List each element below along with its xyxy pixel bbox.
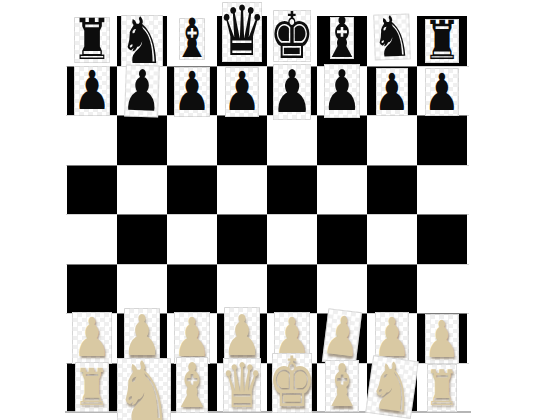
piece-black-pawn-e7[interactable]: ♟ — [273, 64, 311, 120]
piece-black-bishop-c8[interactable]: ♝ — [179, 18, 205, 60]
square-b4[interactable] — [117, 214, 167, 264]
piece-black-knight-g8[interactable]: ♞ — [373, 13, 411, 60]
piece-white-bishop-f1[interactable]: ♝ — [325, 360, 359, 412]
black-pawn-icon: ♟ — [223, 65, 261, 119]
piece-white-rook-h1[interactable]: ♜ — [427, 364, 457, 412]
piece-black-pawn-b7[interactable]: ♟ — [124, 65, 160, 118]
white-king-icon: ♚ — [268, 349, 316, 418]
piece-black-king-e8[interactable]: ♚ — [273, 10, 311, 62]
square-c5[interactable] — [167, 165, 217, 215]
black-bishop-icon: ♝ — [173, 12, 211, 66]
piece-black-pawn-a7[interactable]: ♟ — [74, 66, 110, 116]
screenshot-canvas: ♜♞♝♛♚♝♞♜♟♟♟♟♟♟♟♟♟♟♟♟♟♟♟♟♜♞♝♛♚♝♞♜ — [0, 0, 560, 420]
white-knight-icon: ♞ — [364, 351, 419, 420]
piece-white-bishop-c1[interactable]: ♝ — [176, 357, 208, 413]
black-rook-icon: ♜ — [423, 14, 461, 68]
piece-black-rook-h8[interactable]: ♜ — [425, 19, 459, 63]
square-e5[interactable] — [267, 165, 317, 215]
piece-black-rook-a8[interactable]: ♜ — [74, 17, 110, 63]
square-h3[interactable] — [417, 264, 467, 314]
black-pawn-icon: ♟ — [121, 62, 162, 120]
square-f4[interactable] — [317, 214, 367, 264]
piece-black-pawn-g7[interactable]: ♟ — [376, 68, 408, 116]
piece-black-bishop-f8[interactable]: ♝ — [330, 17, 354, 59]
black-pawn-icon: ♟ — [173, 65, 211, 119]
square-g4[interactable] — [367, 214, 417, 264]
square-b5[interactable] — [117, 165, 167, 215]
piece-black-queen-d8[interactable]: ♛ — [222, 2, 262, 62]
square-d5[interactable] — [217, 165, 267, 215]
square-h5[interactable] — [417, 165, 467, 215]
white-pawn-icon: ♟ — [424, 313, 460, 364]
piece-white-pawn-h2[interactable]: ♟ — [425, 314, 459, 364]
piece-white-knight-g1[interactable]: ♞ — [365, 355, 419, 419]
piece-white-queen-d1[interactable]: ♛ — [223, 358, 261, 412]
black-pawn-icon: ♟ — [424, 67, 460, 118]
piece-white-rook-a1[interactable]: ♜ — [75, 362, 109, 412]
square-h4[interactable] — [417, 214, 467, 264]
square-a4[interactable] — [67, 214, 117, 264]
chess-board: ♜♞♝♛♚♝♞♜♟♟♟♟♟♟♟♟♟♟♟♟♟♟♟♟♜♞♝♛♚♝♞♜ — [67, 16, 467, 412]
piece-black-pawn-h7[interactable]: ♟ — [425, 68, 459, 116]
white-queen-icon: ♛ — [220, 355, 263, 416]
square-h6[interactable] — [417, 115, 467, 165]
white-rook-icon: ♜ — [425, 364, 459, 413]
black-queen-icon: ♛ — [218, 0, 266, 66]
white-knight-icon: ♞ — [115, 351, 172, 420]
black-pawn-icon: ♟ — [322, 63, 361, 119]
piece-white-king-e1[interactable]: ♚ — [272, 353, 312, 413]
black-pawn-icon: ♟ — [73, 64, 111, 118]
square-a6[interactable] — [67, 115, 117, 165]
square-a5[interactable] — [67, 165, 117, 215]
piece-black-pawn-f7[interactable]: ♟ — [324, 64, 360, 118]
piece-black-pawn-d7[interactable]: ♟ — [225, 67, 259, 117]
white-bishop-icon: ♝ — [170, 355, 213, 416]
piece-white-pawn-a2[interactable]: ♟ — [72, 312, 112, 364]
white-bishop-icon: ♝ — [321, 357, 362, 416]
square-d4[interactable] — [217, 214, 267, 264]
black-pawn-icon: ♟ — [374, 67, 410, 118]
white-rook-icon: ♜ — [74, 362, 110, 413]
black-knight-icon: ♞ — [371, 8, 412, 66]
square-e4[interactable] — [267, 214, 317, 264]
square-g5[interactable] — [367, 165, 417, 215]
square-c4[interactable] — [167, 214, 217, 264]
black-pawn-icon: ♟ — [271, 63, 312, 122]
square-g6[interactable] — [367, 115, 417, 165]
square-f5[interactable] — [317, 165, 367, 215]
piece-black-pawn-c7[interactable]: ♟ — [174, 67, 210, 117]
piece-white-knight-b1[interactable]: ♞ — [117, 358, 171, 420]
